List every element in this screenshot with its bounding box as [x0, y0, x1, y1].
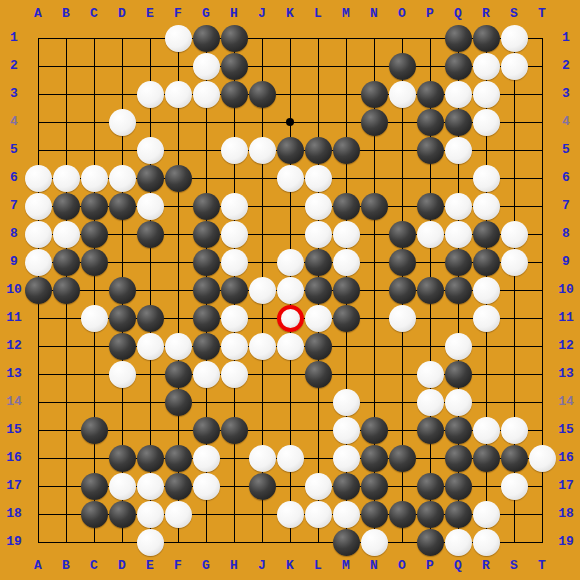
point-D9[interactable]	[108, 248, 136, 276]
point-N18[interactable]	[360, 500, 388, 528]
point-H15[interactable]	[220, 416, 248, 444]
black-stone-Q2[interactable]	[445, 53, 472, 80]
point-Q5[interactable]	[444, 136, 472, 164]
point-F16[interactable]	[164, 444, 192, 472]
black-stone-F6[interactable]	[165, 165, 192, 192]
white-stone-Q12[interactable]	[445, 333, 472, 360]
point-M17[interactable]	[332, 472, 360, 500]
point-L16[interactable]	[304, 444, 332, 472]
point-P2[interactable]	[416, 52, 444, 80]
point-G15[interactable]	[192, 416, 220, 444]
black-stone-O16[interactable]	[389, 445, 416, 472]
black-stone-C7[interactable]	[81, 193, 108, 220]
black-stone-R9[interactable]	[473, 249, 500, 276]
point-D15[interactable]	[108, 416, 136, 444]
point-M18[interactable]	[332, 500, 360, 528]
black-stone-N15[interactable]	[361, 417, 388, 444]
black-stone-S16[interactable]	[501, 445, 528, 472]
white-stone-Q14[interactable]	[445, 389, 472, 416]
white-stone-H9[interactable]	[221, 249, 248, 276]
point-C14[interactable]	[80, 388, 108, 416]
black-stone-G12[interactable]	[193, 333, 220, 360]
point-A17[interactable]	[24, 472, 52, 500]
point-Q7[interactable]	[444, 192, 472, 220]
black-stone-N3[interactable]	[361, 81, 388, 108]
point-D5[interactable]	[108, 136, 136, 164]
point-K18[interactable]	[276, 500, 304, 528]
black-stone-N17[interactable]	[361, 473, 388, 500]
black-stone-N18[interactable]	[361, 501, 388, 528]
black-stone-Q17[interactable]	[445, 473, 472, 500]
white-stone-A7[interactable]	[25, 193, 52, 220]
black-stone-G1[interactable]	[193, 25, 220, 52]
point-P9[interactable]	[416, 248, 444, 276]
point-C17[interactable]	[80, 472, 108, 500]
point-S7[interactable]	[500, 192, 528, 220]
black-stone-M5[interactable]	[333, 137, 360, 164]
point-S19[interactable]	[500, 528, 528, 556]
point-K1[interactable]	[276, 24, 304, 52]
white-stone-J10[interactable]	[249, 277, 276, 304]
point-K6[interactable]	[276, 164, 304, 192]
point-J11[interactable]	[248, 304, 276, 332]
black-stone-Q1[interactable]	[445, 25, 472, 52]
point-J9[interactable]	[248, 248, 276, 276]
black-stone-D16[interactable]	[109, 445, 136, 472]
point-C7[interactable]	[80, 192, 108, 220]
point-B7[interactable]	[52, 192, 80, 220]
white-stone-Q7[interactable]	[445, 193, 472, 220]
point-D4[interactable]	[108, 108, 136, 136]
black-stone-O8[interactable]	[389, 221, 416, 248]
point-R16[interactable]	[472, 444, 500, 472]
point-M19[interactable]	[332, 528, 360, 556]
point-L10[interactable]	[304, 276, 332, 304]
point-T8[interactable]	[528, 220, 556, 248]
point-H4[interactable]	[220, 108, 248, 136]
white-stone-T16[interactable]	[529, 445, 556, 472]
point-M16[interactable]	[332, 444, 360, 472]
point-J18[interactable]	[248, 500, 276, 528]
point-N10[interactable]	[360, 276, 388, 304]
white-stone-G17[interactable]	[193, 473, 220, 500]
point-L13[interactable]	[304, 360, 332, 388]
point-B19[interactable]	[52, 528, 80, 556]
point-C6[interactable]	[80, 164, 108, 192]
point-M9[interactable]	[332, 248, 360, 276]
point-L18[interactable]	[304, 500, 332, 528]
point-S11[interactable]	[500, 304, 528, 332]
white-stone-S15[interactable]	[501, 417, 528, 444]
point-Q4[interactable]	[444, 108, 472, 136]
point-L17[interactable]	[304, 472, 332, 500]
point-D6[interactable]	[108, 164, 136, 192]
black-stone-H10[interactable]	[221, 277, 248, 304]
point-M2[interactable]	[332, 52, 360, 80]
black-stone-C17[interactable]	[81, 473, 108, 500]
go-board[interactable]: AABBCCDDEEFFGGHHJJKKLLMMNNOOPPQQRRSSTT11…	[0, 0, 580, 580]
white-stone-M16[interactable]	[333, 445, 360, 472]
point-H17[interactable]	[220, 472, 248, 500]
point-C19[interactable]	[80, 528, 108, 556]
point-E2[interactable]	[136, 52, 164, 80]
point-O11[interactable]	[388, 304, 416, 332]
black-stone-O9[interactable]	[389, 249, 416, 276]
point-R17[interactable]	[472, 472, 500, 500]
point-N9[interactable]	[360, 248, 388, 276]
point-T17[interactable]	[528, 472, 556, 500]
point-E15[interactable]	[136, 416, 164, 444]
white-stone-M8[interactable]	[333, 221, 360, 248]
point-Q9[interactable]	[444, 248, 472, 276]
point-D8[interactable]	[108, 220, 136, 248]
point-C2[interactable]	[80, 52, 108, 80]
point-P18[interactable]	[416, 500, 444, 528]
point-R14[interactable]	[472, 388, 500, 416]
point-P7[interactable]	[416, 192, 444, 220]
point-B15[interactable]	[52, 416, 80, 444]
point-N8[interactable]	[360, 220, 388, 248]
point-R3[interactable]	[472, 80, 500, 108]
point-O1[interactable]	[388, 24, 416, 52]
point-S2[interactable]	[500, 52, 528, 80]
point-Q17[interactable]	[444, 472, 472, 500]
point-C12[interactable]	[80, 332, 108, 360]
point-R13[interactable]	[472, 360, 500, 388]
point-G6[interactable]	[192, 164, 220, 192]
point-O4[interactable]	[388, 108, 416, 136]
white-stone-S8[interactable]	[501, 221, 528, 248]
white-stone-D6[interactable]	[109, 165, 136, 192]
point-F1[interactable]	[164, 24, 192, 52]
point-S16[interactable]	[500, 444, 528, 472]
point-T10[interactable]	[528, 276, 556, 304]
point-R19[interactable]	[472, 528, 500, 556]
white-stone-S1[interactable]	[501, 25, 528, 52]
point-G14[interactable]	[192, 388, 220, 416]
point-F13[interactable]	[164, 360, 192, 388]
point-G8[interactable]	[192, 220, 220, 248]
black-stone-B10[interactable]	[53, 277, 80, 304]
point-H19[interactable]	[220, 528, 248, 556]
black-stone-M10[interactable]	[333, 277, 360, 304]
point-J3[interactable]	[248, 80, 276, 108]
point-J4[interactable]	[248, 108, 276, 136]
point-T11[interactable]	[528, 304, 556, 332]
white-stone-M18[interactable]	[333, 501, 360, 528]
point-R11[interactable]	[472, 304, 500, 332]
point-G9[interactable]	[192, 248, 220, 276]
point-O2[interactable]	[388, 52, 416, 80]
black-stone-G8[interactable]	[193, 221, 220, 248]
white-stone-K9[interactable]	[277, 249, 304, 276]
point-N16[interactable]	[360, 444, 388, 472]
point-H8[interactable]	[220, 220, 248, 248]
point-D1[interactable]	[108, 24, 136, 52]
point-J19[interactable]	[248, 528, 276, 556]
point-N1[interactable]	[360, 24, 388, 52]
point-G1[interactable]	[192, 24, 220, 52]
point-N7[interactable]	[360, 192, 388, 220]
point-H9[interactable]	[220, 248, 248, 276]
point-G10[interactable]	[192, 276, 220, 304]
point-R7[interactable]	[472, 192, 500, 220]
white-stone-K16[interactable]	[277, 445, 304, 472]
point-N3[interactable]	[360, 80, 388, 108]
point-H11[interactable]	[220, 304, 248, 332]
point-K19[interactable]	[276, 528, 304, 556]
point-C8[interactable]	[80, 220, 108, 248]
point-D19[interactable]	[108, 528, 136, 556]
point-R1[interactable]	[472, 24, 500, 52]
point-H1[interactable]	[220, 24, 248, 52]
black-stone-C8[interactable]	[81, 221, 108, 248]
point-A13[interactable]	[24, 360, 52, 388]
white-stone-A9[interactable]	[25, 249, 52, 276]
point-C5[interactable]	[80, 136, 108, 164]
point-O16[interactable]	[388, 444, 416, 472]
black-stone-E16[interactable]	[137, 445, 164, 472]
black-stone-R16[interactable]	[473, 445, 500, 472]
point-Q2[interactable]	[444, 52, 472, 80]
black-stone-P10[interactable]	[417, 277, 444, 304]
black-stone-J17[interactable]	[249, 473, 276, 500]
point-K12[interactable]	[276, 332, 304, 360]
black-stone-D18[interactable]	[109, 501, 136, 528]
point-E12[interactable]	[136, 332, 164, 360]
point-S8[interactable]	[500, 220, 528, 248]
point-D13[interactable]	[108, 360, 136, 388]
black-stone-O18[interactable]	[389, 501, 416, 528]
white-stone-R15[interactable]	[473, 417, 500, 444]
point-H7[interactable]	[220, 192, 248, 220]
point-P11[interactable]	[416, 304, 444, 332]
point-F19[interactable]	[164, 528, 192, 556]
point-J1[interactable]	[248, 24, 276, 52]
point-J7[interactable]	[248, 192, 276, 220]
point-B5[interactable]	[52, 136, 80, 164]
point-N17[interactable]	[360, 472, 388, 500]
point-T9[interactable]	[528, 248, 556, 276]
point-M12[interactable]	[332, 332, 360, 360]
black-stone-F14[interactable]	[165, 389, 192, 416]
point-A16[interactable]	[24, 444, 52, 472]
point-T16[interactable]	[528, 444, 556, 472]
white-stone-H12[interactable]	[221, 333, 248, 360]
black-stone-G7[interactable]	[193, 193, 220, 220]
white-stone-L7[interactable]	[305, 193, 332, 220]
black-stone-R1[interactable]	[473, 25, 500, 52]
point-G11[interactable]	[192, 304, 220, 332]
point-D17[interactable]	[108, 472, 136, 500]
point-A11[interactable]	[24, 304, 52, 332]
point-F10[interactable]	[164, 276, 192, 304]
white-stone-E7[interactable]	[137, 193, 164, 220]
point-T15[interactable]	[528, 416, 556, 444]
point-C18[interactable]	[80, 500, 108, 528]
black-stone-G9[interactable]	[193, 249, 220, 276]
point-B11[interactable]	[52, 304, 80, 332]
point-Q11[interactable]	[444, 304, 472, 332]
black-stone-L12[interactable]	[305, 333, 332, 360]
point-P15[interactable]	[416, 416, 444, 444]
white-stone-R6[interactable]	[473, 165, 500, 192]
point-C4[interactable]	[80, 108, 108, 136]
point-K8[interactable]	[276, 220, 304, 248]
point-K3[interactable]	[276, 80, 304, 108]
black-stone-Q16[interactable]	[445, 445, 472, 472]
point-O13[interactable]	[388, 360, 416, 388]
point-Q12[interactable]	[444, 332, 472, 360]
point-J10[interactable]	[248, 276, 276, 304]
point-O5[interactable]	[388, 136, 416, 164]
black-stone-P5[interactable]	[417, 137, 444, 164]
point-S5[interactable]	[500, 136, 528, 164]
point-J14[interactable]	[248, 388, 276, 416]
white-stone-R10[interactable]	[473, 277, 500, 304]
point-N4[interactable]	[360, 108, 388, 136]
black-stone-G10[interactable]	[193, 277, 220, 304]
point-J16[interactable]	[248, 444, 276, 472]
point-G2[interactable]	[192, 52, 220, 80]
black-stone-O2[interactable]	[389, 53, 416, 80]
point-J17[interactable]	[248, 472, 276, 500]
point-B12[interactable]	[52, 332, 80, 360]
point-P17[interactable]	[416, 472, 444, 500]
white-stone-K18[interactable]	[277, 501, 304, 528]
point-K16[interactable]	[276, 444, 304, 472]
white-stone-A6[interactable]	[25, 165, 52, 192]
black-stone-D11[interactable]	[109, 305, 136, 332]
black-stone-M17[interactable]	[333, 473, 360, 500]
white-stone-B6[interactable]	[53, 165, 80, 192]
point-B9[interactable]	[52, 248, 80, 276]
white-stone-E19[interactable]	[137, 529, 164, 556]
point-T14[interactable]	[528, 388, 556, 416]
black-stone-M11[interactable]	[333, 305, 360, 332]
point-S15[interactable]	[500, 416, 528, 444]
point-G5[interactable]	[192, 136, 220, 164]
point-A8[interactable]	[24, 220, 52, 248]
black-stone-N4[interactable]	[361, 109, 388, 136]
point-H6[interactable]	[220, 164, 248, 192]
black-stone-F16[interactable]	[165, 445, 192, 472]
black-stone-Q18[interactable]	[445, 501, 472, 528]
point-K15[interactable]	[276, 416, 304, 444]
point-M13[interactable]	[332, 360, 360, 388]
point-M8[interactable]	[332, 220, 360, 248]
point-T3[interactable]	[528, 80, 556, 108]
point-E8[interactable]	[136, 220, 164, 248]
point-F5[interactable]	[164, 136, 192, 164]
point-H14[interactable]	[220, 388, 248, 416]
point-R4[interactable]	[472, 108, 500, 136]
white-stone-M14[interactable]	[333, 389, 360, 416]
point-G3[interactable]	[192, 80, 220, 108]
white-stone-B8[interactable]	[53, 221, 80, 248]
point-P16[interactable]	[416, 444, 444, 472]
point-S14[interactable]	[500, 388, 528, 416]
point-D2[interactable]	[108, 52, 136, 80]
point-L15[interactable]	[304, 416, 332, 444]
white-stone-H11[interactable]	[221, 305, 248, 332]
white-stone-J5[interactable]	[249, 137, 276, 164]
point-L11[interactable]	[304, 304, 332, 332]
white-stone-N19[interactable]	[361, 529, 388, 556]
white-stone-L6[interactable]	[305, 165, 332, 192]
point-M3[interactable]	[332, 80, 360, 108]
point-P8[interactable]	[416, 220, 444, 248]
point-E14[interactable]	[136, 388, 164, 416]
white-stone-P13[interactable]	[417, 361, 444, 388]
point-Q14[interactable]	[444, 388, 472, 416]
point-S1[interactable]	[500, 24, 528, 52]
white-stone-E3[interactable]	[137, 81, 164, 108]
point-B18[interactable]	[52, 500, 80, 528]
point-T13[interactable]	[528, 360, 556, 388]
white-stone-R19[interactable]	[473, 529, 500, 556]
point-H10[interactable]	[220, 276, 248, 304]
black-stone-O10[interactable]	[389, 277, 416, 304]
point-F7[interactable]	[164, 192, 192, 220]
point-J6[interactable]	[248, 164, 276, 192]
point-Q10[interactable]	[444, 276, 472, 304]
point-S10[interactable]	[500, 276, 528, 304]
point-O12[interactable]	[388, 332, 416, 360]
black-stone-C9[interactable]	[81, 249, 108, 276]
point-K17[interactable]	[276, 472, 304, 500]
point-C11[interactable]	[80, 304, 108, 332]
point-F14[interactable]	[164, 388, 192, 416]
black-stone-L5[interactable]	[305, 137, 332, 164]
point-A3[interactable]	[24, 80, 52, 108]
white-stone-C11[interactable]	[81, 305, 108, 332]
point-S12[interactable]	[500, 332, 528, 360]
white-stone-R3[interactable]	[473, 81, 500, 108]
black-stone-B7[interactable]	[53, 193, 80, 220]
white-stone-F12[interactable]	[165, 333, 192, 360]
point-H3[interactable]	[220, 80, 248, 108]
white-stone-R18[interactable]	[473, 501, 500, 528]
point-E11[interactable]	[136, 304, 164, 332]
point-N13[interactable]	[360, 360, 388, 388]
white-stone-F1[interactable]	[165, 25, 192, 52]
white-stone-Q8[interactable]	[445, 221, 472, 248]
point-D14[interactable]	[108, 388, 136, 416]
point-G13[interactable]	[192, 360, 220, 388]
white-stone-L8[interactable]	[305, 221, 332, 248]
point-C3[interactable]	[80, 80, 108, 108]
black-stone-P18[interactable]	[417, 501, 444, 528]
point-T4[interactable]	[528, 108, 556, 136]
point-P6[interactable]	[416, 164, 444, 192]
white-stone-E12[interactable]	[137, 333, 164, 360]
point-C13[interactable]	[80, 360, 108, 388]
white-stone-L17[interactable]	[305, 473, 332, 500]
point-K11[interactable]	[276, 304, 304, 332]
point-B13[interactable]	[52, 360, 80, 388]
point-P19[interactable]	[416, 528, 444, 556]
point-M7[interactable]	[332, 192, 360, 220]
point-F4[interactable]	[164, 108, 192, 136]
black-stone-C15[interactable]	[81, 417, 108, 444]
black-stone-F17[interactable]	[165, 473, 192, 500]
white-stone-P8[interactable]	[417, 221, 444, 248]
point-N6[interactable]	[360, 164, 388, 192]
white-stone-H5[interactable]	[221, 137, 248, 164]
point-C15[interactable]	[80, 416, 108, 444]
point-L19[interactable]	[304, 528, 332, 556]
